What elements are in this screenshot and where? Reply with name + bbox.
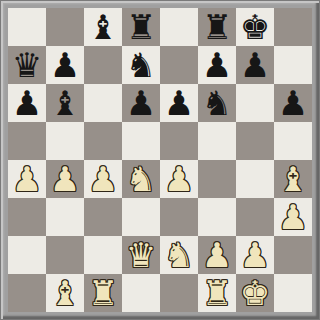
square-d1[interactable]: [122, 274, 160, 312]
square-e2[interactable]: ♞: [160, 236, 198, 274]
square-e4[interactable]: ♟: [160, 160, 198, 198]
square-f2[interactable]: ♟: [198, 236, 236, 274]
square-a3[interactable]: [8, 198, 46, 236]
square-d4[interactable]: ♞: [122, 160, 160, 198]
white-pawn-g2[interactable]: ♟: [240, 236, 270, 274]
square-c1[interactable]: ♜: [84, 274, 122, 312]
square-f8[interactable]: ♜: [198, 8, 236, 46]
square-d7[interactable]: ♞: [122, 46, 160, 84]
white-knight-d4[interactable]: ♞: [126, 160, 156, 198]
square-d5[interactable]: [122, 122, 160, 160]
square-g5[interactable]: [236, 122, 274, 160]
square-c2[interactable]: [84, 236, 122, 274]
square-g3[interactable]: [236, 198, 274, 236]
square-g4[interactable]: [236, 160, 274, 198]
white-rook-f1[interactable]: ♜: [202, 274, 232, 312]
square-a4[interactable]: ♟: [8, 160, 46, 198]
square-b4[interactable]: ♟: [46, 160, 84, 198]
white-queen-d2[interactable]: ♛: [126, 236, 156, 274]
square-e1[interactable]: [160, 274, 198, 312]
square-b6[interactable]: ♝: [46, 84, 84, 122]
white-pawn-a4[interactable]: ♟: [12, 160, 42, 198]
black-rook-d8[interactable]: ♜: [126, 8, 156, 46]
square-b2[interactable]: [46, 236, 84, 274]
square-d8[interactable]: ♜: [122, 8, 160, 46]
square-a7[interactable]: ♛: [8, 46, 46, 84]
white-bishop-b1[interactable]: ♝: [50, 274, 80, 312]
black-bishop-c8[interactable]: ♝: [88, 8, 118, 46]
square-f5[interactable]: [198, 122, 236, 160]
square-h4[interactable]: ♝: [274, 160, 312, 198]
square-b7[interactable]: ♟: [46, 46, 84, 84]
square-d6[interactable]: ♟: [122, 84, 160, 122]
square-b3[interactable]: [46, 198, 84, 236]
square-c5[interactable]: [84, 122, 122, 160]
white-king-g1[interactable]: ♚: [240, 274, 270, 312]
square-a1[interactable]: [8, 274, 46, 312]
square-b1[interactable]: ♝: [46, 274, 84, 312]
square-e8[interactable]: [160, 8, 198, 46]
square-b8[interactable]: [46, 8, 84, 46]
square-f4[interactable]: [198, 160, 236, 198]
square-a2[interactable]: [8, 236, 46, 274]
square-c4[interactable]: ♟: [84, 160, 122, 198]
white-knight-e2[interactable]: ♞: [164, 236, 194, 274]
square-g6[interactable]: [236, 84, 274, 122]
black-pawn-g7[interactable]: ♟: [240, 46, 270, 84]
white-bishop-h4[interactable]: ♝: [278, 160, 308, 198]
black-knight-d7[interactable]: ♞: [126, 46, 156, 84]
black-pawn-e6[interactable]: ♟: [164, 84, 194, 122]
square-f1[interactable]: ♜: [198, 274, 236, 312]
square-h8[interactable]: [274, 8, 312, 46]
black-pawn-h6[interactable]: ♟: [278, 84, 308, 122]
square-c8[interactable]: ♝: [84, 8, 122, 46]
white-pawn-b4[interactable]: ♟: [50, 160, 80, 198]
square-h3[interactable]: ♟: [274, 198, 312, 236]
black-bishop-b6[interactable]: ♝: [50, 84, 80, 122]
square-h2[interactable]: [274, 236, 312, 274]
white-pawn-f2[interactable]: ♟: [202, 236, 232, 274]
board-frame: ♝♜♜♚♛♟♞♟♟♟♝♟♟♞♟♟♟♟♞♟♝♟♛♞♟♟♝♜♜♚: [0, 0, 320, 320]
square-f7[interactable]: ♟: [198, 46, 236, 84]
black-queen-a7[interactable]: ♛: [12, 46, 42, 84]
square-a8[interactable]: [8, 8, 46, 46]
square-g2[interactable]: ♟: [236, 236, 274, 274]
square-e6[interactable]: ♟: [160, 84, 198, 122]
white-pawn-c4[interactable]: ♟: [88, 160, 118, 198]
square-a6[interactable]: ♟: [8, 84, 46, 122]
square-f6[interactable]: ♞: [198, 84, 236, 122]
square-g8[interactable]: ♚: [236, 8, 274, 46]
square-h1[interactable]: [274, 274, 312, 312]
black-rook-f8[interactable]: ♜: [202, 8, 232, 46]
square-e7[interactable]: [160, 46, 198, 84]
square-b5[interactable]: [46, 122, 84, 160]
square-g1[interactable]: ♚: [236, 274, 274, 312]
square-h5[interactable]: [274, 122, 312, 160]
square-c7[interactable]: [84, 46, 122, 84]
square-e5[interactable]: [160, 122, 198, 160]
square-g7[interactable]: ♟: [236, 46, 274, 84]
chess-board: ♝♜♜♚♛♟♞♟♟♟♝♟♟♞♟♟♟♟♞♟♝♟♛♞♟♟♝♜♜♚: [8, 8, 312, 312]
square-c3[interactable]: [84, 198, 122, 236]
white-pawn-h3[interactable]: ♟: [278, 198, 308, 236]
black-pawn-a6[interactable]: ♟: [12, 84, 42, 122]
black-pawn-b7[interactable]: ♟: [50, 46, 80, 84]
square-h7[interactable]: [274, 46, 312, 84]
black-king-g8[interactable]: ♚: [240, 8, 270, 46]
square-d2[interactable]: ♛: [122, 236, 160, 274]
square-e3[interactable]: [160, 198, 198, 236]
square-f3[interactable]: [198, 198, 236, 236]
square-d3[interactable]: [122, 198, 160, 236]
black-pawn-f7[interactable]: ♟: [202, 46, 232, 84]
square-h6[interactable]: ♟: [274, 84, 312, 122]
white-rook-c1[interactable]: ♜: [88, 274, 118, 312]
square-a5[interactable]: [8, 122, 46, 160]
square-c6[interactable]: [84, 84, 122, 122]
white-pawn-e4[interactable]: ♟: [164, 160, 194, 198]
black-pawn-d6[interactable]: ♟: [126, 84, 156, 122]
black-knight-f6[interactable]: ♞: [202, 84, 232, 122]
